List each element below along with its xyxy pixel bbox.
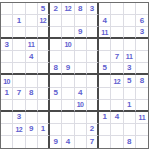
- cell-r10c7[interactable]: [75, 112, 87, 124]
- cell-r4c7[interactable]: [75, 39, 87, 51]
- cell-r9c10[interactable]: [111, 100, 123, 112]
- cell-r7c12[interactable]: 8: [136, 75, 148, 87]
- cell-r8c11[interactable]: [124, 88, 136, 100]
- given-digit: 12: [64, 5, 71, 12]
- cell-r2c2[interactable]: 1: [13, 15, 25, 27]
- cell-r11c8[interactable]: 2: [87, 124, 99, 136]
- cell-r4c2[interactable]: [13, 39, 25, 51]
- cell-r12c2[interactable]: [13, 136, 25, 148]
- cell-r1c2[interactable]: [13, 3, 25, 15]
- cell-r9c9[interactable]: [99, 100, 111, 112]
- given-digit: 11: [126, 53, 133, 60]
- cell-r8c12[interactable]: [136, 88, 148, 100]
- cell-r1c11[interactable]: [124, 3, 136, 15]
- cell-r2c8[interactable]: [87, 15, 99, 27]
- cell-r2c12[interactable]: 6: [136, 15, 148, 27]
- cell-r9c3[interactable]: [26, 100, 38, 112]
- cell-r4c5[interactable]: [50, 39, 62, 51]
- cell-r3c9[interactable]: 11: [99, 27, 111, 39]
- cell-r5c8[interactable]: [87, 51, 99, 63]
- cell-r7c2[interactable]: [13, 75, 25, 87]
- cell-r9c1[interactable]: [1, 100, 13, 112]
- cell-r6c7[interactable]: [75, 63, 87, 75]
- cell-r8c2[interactable]: 7: [13, 88, 25, 100]
- cell-r4c12[interactable]: [136, 39, 148, 51]
- cell-r2c7[interactable]: [75, 15, 87, 27]
- cell-r4c4[interactable]: [38, 39, 50, 51]
- cell-r11c2[interactable]: 12: [13, 124, 25, 136]
- cell-r5c1[interactable]: [1, 51, 13, 63]
- cell-r6c8[interactable]: [87, 63, 99, 75]
- cell-r7c3[interactable]: [26, 75, 38, 87]
- given-digit: 7: [90, 138, 94, 146]
- cell-r11c11[interactable]: [124, 124, 136, 136]
- cell-r9c2[interactable]: [13, 100, 25, 112]
- given-digit: 12: [39, 17, 46, 24]
- cell-r8c7[interactable]: 4: [75, 88, 87, 100]
- given-digit: 4: [102, 17, 106, 25]
- cell-r6c5[interactable]: 8: [50, 63, 62, 75]
- cell-r2c1[interactable]: [1, 15, 13, 27]
- given-digit: 9: [78, 28, 82, 36]
- cell-r8c1[interactable]: 1: [1, 88, 13, 100]
- given-digit: 1: [102, 113, 106, 121]
- cell-r5c2[interactable]: [13, 51, 25, 63]
- given-digit: 8: [140, 77, 144, 85]
- given-digit: 12: [15, 126, 22, 133]
- cell-r9c7[interactable]: 10: [75, 100, 87, 112]
- cell-r10c5[interactable]: [50, 112, 62, 124]
- cell-r7c8[interactable]: [87, 75, 99, 87]
- cell-r9c8[interactable]: [87, 100, 99, 112]
- given-digit: 3: [4, 41, 8, 49]
- cell-r3c1[interactable]: [1, 27, 13, 39]
- cell-r3c10[interactable]: [111, 27, 123, 39]
- cell-r6c11[interactable]: 3: [124, 63, 136, 75]
- cell-r5c7[interactable]: [75, 51, 87, 63]
- cell-r12c11[interactable]: 8: [124, 136, 136, 148]
- given-digit: 4: [78, 89, 82, 97]
- cell-r10c11[interactable]: [124, 112, 136, 124]
- given-digit: 3: [127, 64, 131, 72]
- cell-r6c9[interactable]: 5: [99, 63, 111, 75]
- given-digit: 1: [41, 125, 45, 133]
- cell-r11c10[interactable]: [111, 124, 123, 136]
- given-digit: 1: [17, 17, 21, 25]
- given-digit: 2: [90, 125, 94, 133]
- given-digit: 5: [127, 77, 131, 85]
- cell-r3c4[interactable]: [38, 27, 50, 39]
- cell-r3c6[interactable]: [62, 27, 74, 39]
- given-digit: 5: [41, 5, 45, 13]
- cell-r5c4[interactable]: [38, 51, 50, 63]
- cell-r3c2[interactable]: [13, 27, 25, 39]
- cell-r2c4[interactable]: 12: [38, 15, 50, 27]
- cell-r5c12[interactable]: [136, 51, 148, 63]
- cell-r7c5[interactable]: [50, 75, 62, 87]
- cell-r12c12[interactable]: [136, 136, 148, 148]
- given-digit: 9: [66, 64, 70, 72]
- given-digit: 10: [64, 41, 71, 48]
- cell-r11c12[interactable]: [136, 124, 148, 136]
- cell-r8c8[interactable]: [87, 88, 99, 100]
- given-digit: 9: [29, 125, 33, 133]
- cell-r11c3[interactable]: 9: [26, 124, 38, 136]
- cell-r10c12[interactable]: 11: [136, 112, 148, 124]
- cell-r1c8[interactable]: 3: [87, 3, 99, 15]
- cell-r8c6[interactable]: [62, 88, 74, 100]
- cell-r6c12[interactable]: [136, 63, 148, 75]
- given-digit: 7: [115, 53, 119, 61]
- cell-r4c8[interactable]: [87, 39, 99, 51]
- cell-r4c3[interactable]: 11: [26, 39, 38, 51]
- given-digit: 10: [77, 101, 84, 108]
- cell-r4c10[interactable]: [111, 39, 123, 51]
- cell-r11c6[interactable]: [62, 124, 74, 136]
- cell-r7c11[interactable]: 5: [124, 75, 136, 87]
- given-digit: 3: [17, 113, 21, 121]
- cell-r6c3[interactable]: [26, 63, 38, 75]
- cell-r10c8[interactable]: [87, 112, 99, 124]
- cell-r6c1[interactable]: [1, 63, 13, 75]
- cell-r10c2[interactable]: 3: [13, 112, 25, 124]
- cell-r12c7[interactable]: [75, 136, 87, 148]
- cell-r9c5[interactable]: [50, 100, 62, 112]
- cell-r1c4[interactable]: 5: [38, 3, 50, 15]
- given-digit: 4: [115, 113, 119, 121]
- cell-r12c10[interactable]: [111, 136, 123, 148]
- cell-r3c12[interactable]: 3: [136, 27, 148, 39]
- cell-r7c1[interactable]: 10: [1, 75, 13, 87]
- cell-r12c4[interactable]: [38, 136, 50, 148]
- given-digit: 9: [53, 138, 57, 146]
- cell-r5c10[interactable]: 7: [111, 51, 123, 63]
- cell-r9c4[interactable]: [38, 100, 50, 112]
- cell-r11c1[interactable]: [1, 124, 13, 136]
- cell-r7c6[interactable]: [62, 75, 74, 87]
- cell-r12c6[interactable]: 4: [62, 136, 74, 148]
- cell-r8c9[interactable]: [99, 88, 111, 100]
- cell-r6c6[interactable]: 9: [62, 63, 74, 75]
- given-digit: 1: [4, 89, 8, 97]
- cell-r4c6[interactable]: 10: [62, 39, 74, 51]
- cell-r5c6[interactable]: [62, 51, 74, 63]
- cell-r9c6[interactable]: [62, 100, 74, 112]
- given-digit: 8: [127, 138, 131, 146]
- given-digit: 11: [139, 114, 146, 121]
- cell-r8c5[interactable]: 5: [50, 88, 62, 100]
- given-digit: 4: [66, 138, 70, 146]
- cell-r12c9[interactable]: [99, 136, 111, 148]
- cell-r7c9[interactable]: [99, 75, 111, 87]
- cell-r1c6[interactable]: 12: [62, 3, 74, 15]
- cell-r6c4[interactable]: [38, 63, 50, 75]
- cell-r12c1[interactable]: [1, 136, 13, 148]
- sudoku-board: 5212831124691133111047118953101258178541…: [0, 2, 149, 149]
- cell-r1c9[interactable]: [99, 3, 111, 15]
- given-digit: 8: [53, 64, 57, 72]
- given-digit: 8: [78, 5, 82, 13]
- cell-r3c11[interactable]: [124, 27, 136, 39]
- cell-r10c4[interactable]: [38, 112, 50, 124]
- cell-r2c10[interactable]: [111, 15, 123, 27]
- given-digit: 5: [53, 89, 57, 97]
- cell-r2c11[interactable]: [124, 15, 136, 27]
- cell-r5c11[interactable]: 11: [124, 51, 136, 63]
- cell-r7c4[interactable]: [38, 75, 50, 87]
- cell-r5c9[interactable]: [99, 51, 111, 63]
- cell-r10c6[interactable]: [62, 112, 74, 124]
- given-digit: 1: [127, 101, 131, 109]
- given-digit: 8: [29, 89, 33, 97]
- cell-r12c8[interactable]: 7: [87, 136, 99, 148]
- cell-r5c5[interactable]: [50, 51, 62, 63]
- cell-r8c3[interactable]: 8: [26, 88, 38, 100]
- cell-r2c3[interactable]: [26, 15, 38, 27]
- cell-r10c3[interactable]: [26, 112, 38, 124]
- cell-r3c3[interactable]: [26, 27, 38, 39]
- cell-r4c1[interactable]: 3: [1, 39, 13, 51]
- cell-r6c2[interactable]: [13, 63, 25, 75]
- cell-r1c10[interactable]: [111, 3, 123, 15]
- given-digit: 11: [101, 29, 108, 36]
- cell-r9c12[interactable]: [136, 100, 148, 112]
- cell-r2c5[interactable]: [50, 15, 62, 27]
- cell-r8c10[interactable]: [111, 88, 123, 100]
- given-digit: 2: [53, 5, 57, 13]
- given-digit: 6: [140, 17, 144, 25]
- given-digit: 3: [140, 28, 144, 36]
- cell-r1c5[interactable]: 2: [50, 3, 62, 15]
- given-digit: 3: [90, 5, 94, 13]
- given-digit: 10: [3, 78, 10, 85]
- given-digit: 12: [113, 78, 120, 85]
- cell-r1c1[interactable]: [1, 3, 13, 15]
- cell-r12c3[interactable]: [26, 136, 38, 148]
- given-digit: 4: [29, 53, 33, 61]
- cell-r7c10[interactable]: 12: [111, 75, 123, 87]
- cell-r2c9[interactable]: 4: [99, 15, 111, 27]
- given-digit: 7: [17, 89, 21, 97]
- cell-r11c7[interactable]: [75, 124, 87, 136]
- cell-r10c10[interactable]: 4: [111, 112, 123, 124]
- cell-r6c10[interactable]: [111, 63, 123, 75]
- cell-r3c5[interactable]: [50, 27, 62, 39]
- cell-r1c7[interactable]: 8: [75, 3, 87, 15]
- cell-r9c11[interactable]: 1: [124, 100, 136, 112]
- cell-r3c7[interactable]: 9: [75, 27, 87, 39]
- cell-r3c8[interactable]: [87, 27, 99, 39]
- given-digit: 11: [28, 41, 35, 48]
- cell-r12c5[interactable]: 9: [50, 136, 62, 148]
- cell-r7c7[interactable]: [75, 75, 87, 87]
- cell-r11c5[interactable]: [50, 124, 62, 136]
- cell-r4c9[interactable]: [99, 39, 111, 51]
- cell-r10c1[interactable]: [1, 112, 13, 124]
- cell-r8c4[interactable]: [38, 88, 50, 100]
- cell-r1c12[interactable]: [136, 3, 148, 15]
- cell-r11c4[interactable]: 1: [38, 124, 50, 136]
- given-digit: 5: [102, 64, 106, 72]
- cell-r2c6[interactable]: [62, 15, 74, 27]
- cell-r10c9[interactable]: 1: [99, 112, 111, 124]
- cell-r11c9[interactable]: [99, 124, 111, 136]
- cell-r5c3[interactable]: 4: [26, 51, 38, 63]
- cell-r4c11[interactable]: [124, 39, 136, 51]
- cell-r1c3[interactable]: [26, 3, 38, 15]
